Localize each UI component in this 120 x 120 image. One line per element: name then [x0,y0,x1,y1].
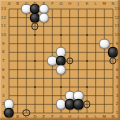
board-intersection-D10[interactable] [31,31,40,40]
coordinate-label-top-F: F [51,2,53,6]
coordinate-label-bottom-A: A [8,115,11,119]
board-intersection-E3[interactable] [39,91,48,100]
coordinate-label-bottom-D: D [33,115,36,119]
coordinate-label-bottom-K: K [86,115,89,119]
board-intersection-M11[interactable] [100,22,109,31]
board-intersection-H8[interactable] [65,48,74,57]
coordinate-label-left-2: 2 [2,102,5,106]
board-intersection-A7[interactable] [5,57,14,66]
coordinate-label-right-9: 9 [116,42,119,46]
board-intersection-B5[interactable] [13,74,22,83]
coordinate-label-right-7: 7 [116,59,119,63]
board-intersection-G13[interactable] [57,5,66,14]
board-intersection-B7[interactable] [13,57,22,66]
board-intersection-J6[interactable] [74,65,83,74]
coordinate-label-right-12: 12 [114,16,119,20]
board-intersection-C3[interactable] [22,91,31,100]
coordinate-label-right-10: 10 [114,33,119,37]
coordinate-label-right-2: 2 [116,102,119,106]
coordinate-label-bottom-L: L [95,115,97,119]
board-intersection-D4[interactable] [31,83,40,92]
board-intersection-E4[interactable] [39,83,48,92]
board-intersection-K8[interactable] [83,48,92,57]
coordinate-label-top-D: D [33,2,36,6]
board-intersection-F11[interactable] [48,22,57,31]
coordinate-label-left-3: 3 [2,94,5,98]
coordinate-label-bottom-B: B [16,115,19,119]
board-intersection-D8[interactable] [31,48,40,57]
board-intersection-F4[interactable] [48,83,57,92]
board-intersection-D11[interactable] [31,22,40,31]
coordinate-label-top-L: L [95,2,97,6]
board-intersection-E11[interactable] [39,22,48,31]
board-intersection-G5[interactable] [57,74,66,83]
board-intersection-F5[interactable] [48,74,57,83]
board-intersection-K10[interactable] [83,31,92,40]
coordinate-label-top-A: A [8,2,11,6]
board-intersection-A5[interactable] [5,74,14,83]
circle-marker [66,57,73,64]
coordinate-label-left-4: 4 [2,85,5,89]
coordinate-label-right-1: 1 [116,111,119,115]
coordinate-label-left-1: 1 [2,111,5,115]
coordinate-label-right-11: 11 [114,24,119,28]
coordinate-label-left-5: 5 [2,76,5,80]
board-intersection-F9[interactable] [48,39,57,48]
board-intersection-D6[interactable] [31,65,40,74]
coordinate-label-left-10: 10 [1,33,6,37]
go-board: AABBCCDDEEFFGGHHJJKKLLMMNN13131212111110… [0,0,120,120]
board-intersection-J7[interactable] [74,57,83,66]
board-intersection-H12[interactable] [65,13,74,22]
board-intersection-K7[interactable] [83,57,92,66]
board-intersection-F13[interactable] [48,5,57,14]
board-intersection-J13[interactable] [74,5,83,14]
board-intersection-C7[interactable] [22,57,31,66]
board-intersection-C9[interactable] [22,39,31,48]
coordinate-label-left-11: 11 [1,24,6,28]
board-intersection-K9[interactable] [83,39,92,48]
board-intersection-J9[interactable] [74,39,83,48]
board-intersection-H9[interactable] [65,39,74,48]
board-intersection-E12[interactable] [39,13,48,22]
coordinate-label-left-6: 6 [2,68,5,72]
coordinate-label-top-N: N [112,2,115,6]
board-intersection-K12[interactable] [83,13,92,22]
board-intersection-D9[interactable] [31,39,40,48]
circle-marker [83,101,90,108]
board-intersection-A11[interactable] [5,22,14,31]
coordinate-label-top-E: E [42,2,45,6]
board-intersection-H10[interactable] [65,31,74,40]
coordinate-label-left-13: 13 [1,7,6,11]
board-intersection-K5[interactable] [83,74,92,83]
board-intersection-G12[interactable] [57,13,66,22]
board-intersection-M5[interactable] [100,74,109,83]
board-intersection-K11[interactable] [83,22,92,31]
coordinate-label-right-3: 3 [116,94,119,98]
board-intersection-L13[interactable] [91,5,100,14]
board-intersection-B12[interactable] [13,13,22,22]
board-intersection-H7[interactable] [65,57,74,66]
board-intersection-L2[interactable] [91,100,100,109]
board-intersection-C6[interactable] [22,65,31,74]
board-intersections [5,5,118,118]
board-intersection-B10[interactable] [13,31,22,40]
board-intersection-K13[interactable] [83,5,92,14]
coordinate-label-top-J: J [78,2,79,6]
coordinate-label-left-8: 8 [2,50,5,54]
board-intersection-A8[interactable] [5,48,14,57]
board-intersection-L7[interactable] [91,57,100,66]
board-intersection-M9[interactable] [100,39,109,48]
board-intersection-B9[interactable] [13,39,22,48]
board-intersection-J11[interactable] [74,22,83,31]
board-intersection-E8[interactable] [39,48,48,57]
board-intersection-E6[interactable] [39,65,48,74]
board-intersection-E5[interactable] [39,74,48,83]
board-intersection-B11[interactable] [13,22,22,31]
board-intersection-G11[interactable] [57,22,66,31]
board-intersection-E2[interactable] [39,100,48,109]
coordinate-label-top-M: M [103,2,106,6]
coordinate-label-right-6: 6 [116,68,119,72]
board-intersection-L6[interactable] [91,65,100,74]
board-intersection-C5[interactable] [22,74,31,83]
coordinate-label-left-12: 12 [1,16,6,20]
board-intersection-G4[interactable] [57,83,66,92]
board-intersection-L11[interactable] [91,22,100,31]
board-intersection-B2[interactable] [13,100,22,109]
board-intersection-H6[interactable] [65,65,74,74]
board-intersection-D3[interactable] [31,91,40,100]
board-intersection-B8[interactable] [13,48,22,57]
coordinate-label-bottom-N: N [112,115,115,119]
board-intersection-A12[interactable] [5,13,14,22]
board-intersection-M6[interactable] [100,65,109,74]
board-intersection-L12[interactable] [91,13,100,22]
board-intersection-A6[interactable] [5,65,14,74]
board-intersection-B4[interactable] [13,83,22,92]
coordinate-label-top-H: H [68,2,71,6]
board-intersection-J12[interactable] [74,13,83,22]
board-intersection-C2[interactable] [22,100,31,109]
coordinate-label-bottom-J: J [78,115,79,119]
coordinate-label-top-K: K [86,2,89,6]
coordinate-label-top-B: B [16,2,19,6]
board-intersection-C8[interactable] [22,48,31,57]
coordinate-label-right-5: 5 [116,76,119,80]
board-intersection-J5[interactable] [74,74,83,83]
board-intersection-M2[interactable] [100,100,109,109]
board-intersection-L5[interactable] [91,74,100,83]
board-intersection-M13[interactable] [100,5,109,14]
board-intersection-E10[interactable] [39,31,48,40]
board-intersection-M12[interactable] [100,13,109,22]
board-intersection-B6[interactable] [13,65,22,74]
board-intersection-H11[interactable] [65,22,74,31]
board-intersection-K4[interactable] [83,83,92,92]
coordinate-label-left-7: 7 [2,59,5,63]
coordinate-label-bottom-G: G [59,115,62,119]
board-intersection-F3[interactable] [48,91,57,100]
board-intersection-K3[interactable] [83,91,92,100]
board-intersection-C4[interactable] [22,83,31,92]
board-intersection-J10[interactable] [74,31,83,40]
board-intersection-H5[interactable] [65,74,74,83]
board-intersection-C10[interactable] [22,31,31,40]
circle-marker [31,23,38,30]
board-intersection-D7[interactable] [31,57,40,66]
board-intersection-G10[interactable] [57,31,66,40]
coordinate-label-right-8: 8 [116,50,119,54]
coordinate-label-left-9: 9 [2,42,5,46]
board-intersection-C11[interactable] [22,22,31,31]
board-intersection-F12[interactable] [48,13,57,22]
coordinate-label-right-4: 4 [116,85,119,89]
board-intersection-L8[interactable] [91,48,100,57]
board-intersection-K2[interactable] [83,100,92,109]
coordinate-label-top-G: G [59,2,62,6]
coordinate-label-bottom-C: C [25,115,28,119]
coordinate-label-bottom-E: E [42,115,45,119]
board-intersection-L4[interactable] [91,83,100,92]
coordinate-label-bottom-H: H [68,115,71,119]
board-intersection-L10[interactable] [91,31,100,40]
board-intersection-K6[interactable] [83,65,92,74]
board-intersection-A9[interactable] [5,39,14,48]
coordinate-label-top-C: C [25,2,28,6]
board-intersection-G6[interactable] [57,65,66,74]
board-intersection-M3[interactable] [100,91,109,100]
board-intersection-J2[interactable] [74,100,83,109]
board-intersection-A10[interactable] [5,31,14,40]
coordinate-label-bottom-M: M [103,115,106,119]
board-intersection-M7[interactable] [100,57,109,66]
coordinate-label-bottom-F: F [51,115,53,119]
board-intersection-B3[interactable] [13,91,22,100]
board-intersection-L3[interactable] [91,91,100,100]
board-intersection-J8[interactable] [74,48,83,57]
board-intersection-D5[interactable] [31,74,40,83]
board-intersection-H13[interactable] [65,5,74,14]
board-intersection-A13[interactable] [5,5,14,14]
board-intersection-M4[interactable] [100,83,109,92]
board-intersection-D2[interactable] [31,100,40,109]
coordinate-label-right-13: 13 [114,7,119,11]
board-intersection-A4[interactable] [5,83,14,92]
board-intersection-E9[interactable] [39,39,48,48]
board-intersection-F10[interactable] [48,31,57,40]
